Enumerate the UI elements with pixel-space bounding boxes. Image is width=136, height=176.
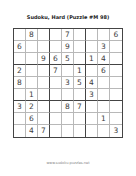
sudoku-grid-container: 876693965142716835413328761473 [13,28,123,138]
sudoku-cell-r5c8 [98,77,110,89]
sudoku-cell-r3c9 [110,53,122,65]
sudoku-cell-r2c6 [74,41,86,53]
sudoku-cell-r1c4 [50,29,62,41]
sudoku-cell-r1c7 [86,29,98,41]
sudoku-cell-r4c4: 7 [50,65,62,77]
sudoku-cell-r4c8: 6 [98,65,110,77]
sudoku-cell-r1c9: 6 [110,29,122,41]
sudoku-cell-r8c8: 1 [98,113,110,125]
sudoku-cell-r7c8 [98,101,110,113]
sudoku-cell-r9c2: 4 [26,125,38,137]
sudoku-cell-r9c4 [50,125,62,137]
sudoku-cell-r6c6 [74,89,86,101]
sudoku-cell-r5c4 [50,77,62,89]
sudoku-cell-r2c1: 6 [14,41,26,53]
sudoku-cell-r5c7: 4 [86,77,98,89]
sudoku-cell-r3c3: 9 [38,53,50,65]
sudoku-cell-r1c6 [74,29,86,41]
sudoku-cell-r7c7 [86,101,98,113]
sudoku-sheet: Sudoku, Hard (Puzzle #M 98) 876693965142… [0,0,136,176]
sudoku-cell-r3c1 [14,53,26,65]
sudoku-cell-r9c9: 3 [110,125,122,137]
sudoku-cell-r5c2 [26,77,38,89]
sudoku-cell-r5c5: 3 [62,77,74,89]
sudoku-cell-r3c8: 4 [98,53,110,65]
sudoku-cell-r6c7: 3 [86,89,98,101]
footer-text: www.sudoku-puzzles.net [0,161,136,165]
sudoku-cell-r8c3 [38,113,50,125]
sudoku-cell-r1c5: 7 [62,29,74,41]
sudoku-cell-r2c3 [38,41,50,53]
sudoku-cell-r2c4 [50,41,62,53]
sudoku-cell-r5c1: 8 [14,77,26,89]
sudoku-cell-r9c1 [14,125,26,137]
sudoku-cell-r7c6: 7 [74,101,86,113]
sudoku-cell-r8c5 [62,113,74,125]
sudoku-cell-r4c6: 1 [74,65,86,77]
sudoku-cell-r6c2: 1 [26,89,38,101]
sudoku-cell-r1c2: 8 [26,29,38,41]
sudoku-cell-r1c8 [98,29,110,41]
sudoku-cell-r3c7: 1 [86,53,98,65]
sudoku-cell-r2c2 [26,41,38,53]
sudoku-cell-r9c5 [62,125,74,137]
sudoku-cell-r4c3 [38,65,50,77]
sudoku-cell-r7c5: 8 [62,101,74,113]
sudoku-cell-r9c7 [86,125,98,137]
sudoku-cell-r7c3 [38,101,50,113]
sudoku-cell-r9c8 [98,125,110,137]
sudoku-cell-r3c5: 5 [62,53,74,65]
sudoku-cell-r6c5 [62,89,74,101]
sudoku-cell-r9c6 [74,125,86,137]
sudoku-cell-r1c3 [38,29,50,41]
sudoku-cell-r6c1 [14,89,26,101]
sudoku-cell-r2c7 [86,41,98,53]
sudoku-cell-r6c4 [50,89,62,101]
sudoku-cell-r5c3 [38,77,50,89]
sudoku-cell-r4c1: 2 [14,65,26,77]
sudoku-cell-r7c4 [50,101,62,113]
sudoku-cell-r8c2: 6 [26,113,38,125]
sudoku-cell-r2c9 [110,41,122,53]
sudoku-cell-r8c9 [110,113,122,125]
sudoku-cell-r5c9 [110,77,122,89]
sudoku-cell-r3c2 [26,53,38,65]
sudoku-cell-r6c8 [98,89,110,101]
sudoku-cell-r8c4 [50,113,62,125]
sudoku-cell-r3c6 [74,53,86,65]
sudoku-cell-r3c4: 6 [50,53,62,65]
sudoku-cell-r4c7 [86,65,98,77]
sudoku-cell-r1c1 [14,29,26,41]
sudoku-cell-r8c7 [86,113,98,125]
sudoku-cell-r7c2: 2 [26,101,38,113]
sudoku-grid: 876693965142716835413328761473 [13,28,123,138]
sudoku-cell-r8c1 [14,113,26,125]
sudoku-cell-r4c9 [110,65,122,77]
sudoku-cell-r6c9 [110,89,122,101]
sudoku-cell-r5c6: 5 [74,77,86,89]
sudoku-cell-r6c3 [38,89,50,101]
sudoku-cell-r8c6 [74,113,86,125]
page-title: Sudoku, Hard (Puzzle #M 98) [0,14,136,20]
sudoku-cell-r7c9 [110,101,122,113]
sudoku-cell-r2c8: 3 [98,41,110,53]
sudoku-cell-r4c5 [62,65,74,77]
sudoku-cell-r9c3: 7 [38,125,50,137]
sudoku-cell-r7c1: 3 [14,101,26,113]
sudoku-cell-r4c2 [26,65,38,77]
sudoku-cell-r2c5: 9 [62,41,74,53]
